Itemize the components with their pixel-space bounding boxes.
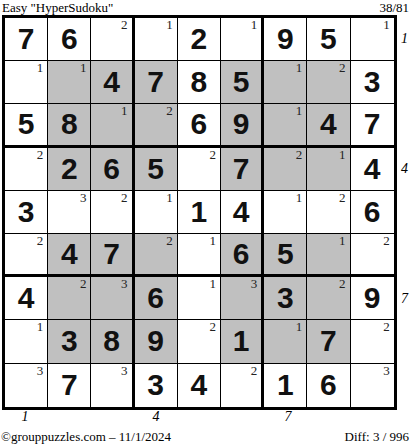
given-digit: 9 <box>233 109 250 139</box>
cell-r8c6[interactable]: 1 <box>221 320 264 363</box>
given-digit: 6 <box>61 24 78 54</box>
copyright-date: ©grouppuzzles.com – 11/1/2024 <box>1 429 171 445</box>
given-digit: 7 <box>233 154 250 184</box>
cell-r6c9[interactable]: 2 <box>351 234 394 277</box>
cell-r9c5[interactable]: 4 <box>178 364 221 407</box>
corner-mark: 1 <box>209 234 216 248</box>
given-digit: 7 <box>18 24 35 54</box>
given-digit: 3 <box>147 370 164 400</box>
corner-mark: 3 <box>121 277 128 291</box>
given-digit: 4 <box>233 197 250 227</box>
cell-r2c8[interactable]: 2 <box>307 61 350 104</box>
col-label-4: 4 <box>153 409 160 425</box>
corner-mark: 1 <box>296 61 303 75</box>
cell-r6c2[interactable]: 4 <box>48 234 91 277</box>
corner-mark: 2 <box>37 234 44 248</box>
cell-r1c3[interactable]: 2 <box>91 18 134 61</box>
givens-counter: 38/81 <box>379 0 409 16</box>
corner-mark: 2 <box>166 104 173 118</box>
cell-r5c9[interactable]: 6 <box>351 191 394 234</box>
corner-mark: 2 <box>166 234 173 248</box>
sudoku-board: 7621219511147851235812691472265272143321… <box>2 15 397 410</box>
cell-r1c8[interactable]: 5 <box>307 18 350 61</box>
cell-r5c8[interactable]: 2 <box>307 191 350 234</box>
cell-r3c2[interactable]: 8 <box>48 104 91 147</box>
given-digit: 9 <box>364 283 381 313</box>
row-label-1: 1 <box>401 31 408 47</box>
cell-r8c7[interactable]: 1 <box>264 320 307 363</box>
corner-mark: 1 <box>296 104 303 118</box>
corner-mark: 2 <box>37 148 44 162</box>
difficulty-text: Diff: 3 / 996 <box>345 429 409 445</box>
given-digit: 6 <box>233 239 250 269</box>
corner-mark: 1 <box>166 18 173 32</box>
cell-r8c4[interactable]: 9 <box>135 320 178 363</box>
corner-mark: 3 <box>80 191 87 205</box>
puzzle-title: Easy "HyperSudoku" <box>2 0 113 16</box>
cell-r5c5[interactable]: 1 <box>178 191 221 234</box>
corner-mark: 2 <box>339 277 346 291</box>
corner-mark: 1 <box>296 191 303 205</box>
cell-r4c6[interactable]: 7 <box>221 148 264 191</box>
given-digit: 2 <box>61 154 78 184</box>
corner-mark: 2 <box>121 18 128 32</box>
cell-r6c4[interactable]: 2 <box>135 234 178 277</box>
given-digit: 8 <box>103 326 120 356</box>
cell-r9c4[interactable]: 3 <box>135 364 178 407</box>
corner-mark: 2 <box>121 191 128 205</box>
cell-r3c8[interactable]: 4 <box>307 104 350 147</box>
given-digit: 5 <box>18 109 35 139</box>
cell-r2c9[interactable]: 3 <box>351 61 394 104</box>
given-digit: 7 <box>364 109 381 139</box>
corner-mark: 2 <box>383 234 390 248</box>
cell-r4c9[interactable]: 4 <box>351 148 394 191</box>
given-digit: 7 <box>147 67 164 97</box>
given-digit: 3 <box>61 326 78 356</box>
cell-r4c8[interactable]: 1 <box>307 148 350 191</box>
given-digit: 2 <box>191 24 208 54</box>
given-digit: 3 <box>277 283 294 313</box>
given-digit: 1 <box>277 370 294 400</box>
cell-r4c1[interactable]: 2 <box>5 148 48 191</box>
cell-r7c3[interactable]: 3 <box>91 277 134 320</box>
given-digit: 3 <box>364 67 381 97</box>
cell-r1c5[interactable]: 2 <box>178 18 221 61</box>
given-digit: 1 <box>233 326 250 356</box>
col-label-7: 7 <box>285 409 292 425</box>
corner-mark: 1 <box>37 61 44 75</box>
cell-r9c6[interactable]: 2 <box>221 364 264 407</box>
cell-r5c3[interactable]: 2 <box>91 191 134 234</box>
corner-mark: 1 <box>80 61 87 75</box>
cell-r2c7[interactable]: 1 <box>264 61 307 104</box>
corner-mark: 3 <box>37 364 44 378</box>
corner-mark: 2 <box>339 191 346 205</box>
given-digit: 4 <box>61 239 78 269</box>
corner-mark: 3 <box>121 364 128 378</box>
cell-r7c8[interactable]: 2 <box>307 277 350 320</box>
cell-r2c5[interactable]: 8 <box>178 61 221 104</box>
cell-r4c3[interactable]: 6 <box>91 148 134 191</box>
cell-r7c6[interactable]: 3 <box>221 277 264 320</box>
cell-r9c1[interactable]: 3 <box>5 364 48 407</box>
cell-r1c7[interactable]: 9 <box>264 18 307 61</box>
cell-r4c2[interactable]: 2 <box>48 148 91 191</box>
given-digit: 9 <box>277 24 294 54</box>
corner-mark: 1 <box>383 18 390 32</box>
given-digit: 6 <box>364 197 381 227</box>
cell-r6c6[interactable]: 6 <box>221 234 264 277</box>
cell-r4c5[interactable]: 2 <box>178 148 221 191</box>
cell-r5c1[interactable]: 3 <box>5 191 48 234</box>
cell-r8c5[interactable]: 2 <box>178 320 221 363</box>
cell-r5c4[interactable]: 1 <box>135 191 178 234</box>
cell-r6c1[interactable]: 2 <box>5 234 48 277</box>
corner-mark: 2 <box>80 277 87 291</box>
cell-r3c1[interactable]: 5 <box>5 104 48 147</box>
cell-r3c7[interactable]: 1 <box>264 104 307 147</box>
given-digit: 7 <box>320 326 337 356</box>
cell-r8c8[interactable]: 7 <box>307 320 350 363</box>
given-digit: 5 <box>277 239 294 269</box>
cell-r1c1[interactable]: 7 <box>5 18 48 61</box>
given-digit: 5 <box>233 67 250 97</box>
cell-r8c2[interactable]: 3 <box>48 320 91 363</box>
cell-r3c9[interactable]: 7 <box>351 104 394 147</box>
cell-r7c2[interactable]: 2 <box>48 277 91 320</box>
cell-r5c2[interactable]: 3 <box>48 191 91 234</box>
given-digit: 8 <box>61 109 78 139</box>
cell-r9c2[interactable]: 7 <box>48 364 91 407</box>
cell-r3c5[interactable]: 6 <box>178 104 221 147</box>
corner-mark: 3 <box>383 364 390 378</box>
given-digit: 6 <box>320 370 337 400</box>
cell-r8c3[interactable]: 8 <box>91 320 134 363</box>
corner-mark: 1 <box>121 104 128 118</box>
cell-r2c2[interactable]: 1 <box>48 61 91 104</box>
row-label-4: 4 <box>401 161 408 177</box>
given-digit: 7 <box>61 370 78 400</box>
corner-mark: 1 <box>251 18 258 32</box>
cell-r3c3[interactable]: 1 <box>91 104 134 147</box>
cell-r1c6[interactable]: 1 <box>221 18 264 61</box>
given-digit: 6 <box>103 154 120 184</box>
corner-mark: 2 <box>251 364 258 378</box>
cell-r1c4[interactable]: 1 <box>135 18 178 61</box>
cell-r8c9[interactable]: 2 <box>351 320 394 363</box>
cell-r7c7[interactable]: 3 <box>264 277 307 320</box>
cell-r9c3[interactable]: 3 <box>91 364 134 407</box>
cell-r9c9[interactable]: 3 <box>351 364 394 407</box>
row-label-7: 7 <box>401 291 408 307</box>
cell-r7c9[interactable]: 9 <box>351 277 394 320</box>
given-digit: 7 <box>103 239 120 269</box>
given-digit: 5 <box>147 154 164 184</box>
given-digit: 5 <box>320 24 337 54</box>
cell-r6c5[interactable]: 1 <box>178 234 221 277</box>
given-digit: 9 <box>147 326 164 356</box>
cell-r1c9[interactable]: 1 <box>351 18 394 61</box>
given-digit: 6 <box>191 109 208 139</box>
corner-mark: 2 <box>383 320 390 334</box>
cell-r2c4[interactable]: 7 <box>135 61 178 104</box>
cell-r2c3[interactable]: 4 <box>91 61 134 104</box>
corner-mark: 1 <box>339 148 346 162</box>
cell-r2c6[interactable]: 5 <box>221 61 264 104</box>
cell-r1c2[interactable]: 6 <box>48 18 91 61</box>
given-digit: 6 <box>147 283 164 313</box>
given-digit: 4 <box>18 283 35 313</box>
given-digit: 4 <box>191 370 208 400</box>
col-label-1: 1 <box>22 409 29 425</box>
given-digit: 3 <box>18 197 35 227</box>
cell-r9c7[interactable]: 1 <box>264 364 307 407</box>
cell-r3c4[interactable]: 2 <box>135 104 178 147</box>
cell-r7c1[interactable]: 4 <box>5 277 48 320</box>
given-digit: 1 <box>191 197 208 227</box>
given-digit: 4 <box>103 67 120 97</box>
cell-r6c3[interactable]: 7 <box>91 234 134 277</box>
cell-r3c6[interactable]: 9 <box>221 104 264 147</box>
corner-mark: 2 <box>296 148 303 162</box>
cell-r4c4[interactable]: 5 <box>135 148 178 191</box>
given-digit: 4 <box>364 154 381 184</box>
corner-mark: 1 <box>296 320 303 334</box>
corner-mark: 1 <box>209 277 216 291</box>
cell-r6c7[interactable]: 5 <box>264 234 307 277</box>
corner-mark: 2 <box>209 148 216 162</box>
corner-mark: 3 <box>251 277 258 291</box>
cell-r6c8[interactable]: 1 <box>307 234 350 277</box>
corner-mark: 1 <box>37 320 44 334</box>
cell-r5c7[interactable]: 1 <box>264 191 307 234</box>
cell-r2c1[interactable]: 1 <box>5 61 48 104</box>
corner-mark: 1 <box>339 234 346 248</box>
cell-r7c4[interactable]: 6 <box>135 277 178 320</box>
corner-mark: 1 <box>166 191 173 205</box>
cell-r5c6[interactable]: 4 <box>221 191 264 234</box>
cell-r4c7[interactable]: 2 <box>264 148 307 191</box>
cell-r9c8[interactable]: 6 <box>307 364 350 407</box>
given-digit: 8 <box>191 67 208 97</box>
corner-mark: 2 <box>339 61 346 75</box>
cell-r7c5[interactable]: 1 <box>178 277 221 320</box>
corner-mark: 2 <box>209 320 216 334</box>
given-digit: 4 <box>320 109 337 139</box>
cell-r8c1[interactable]: 1 <box>5 320 48 363</box>
